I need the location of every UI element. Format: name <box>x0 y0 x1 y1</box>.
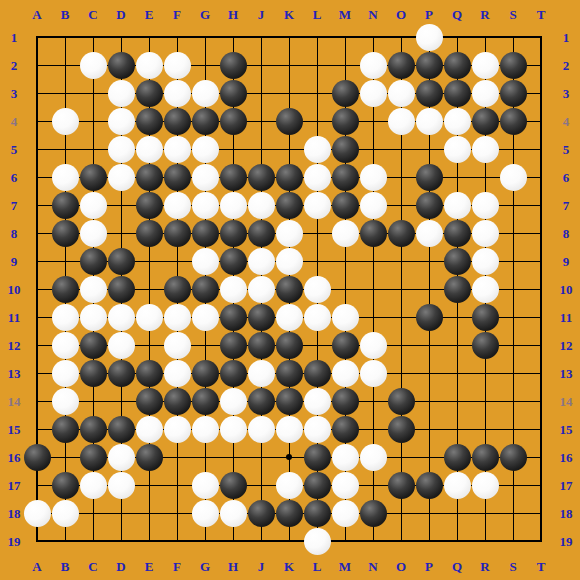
right-coord-label-9: 9 <box>555 255 577 268</box>
black-stone-s3[interactable] <box>500 80 527 107</box>
bottom-coord-label-f: F <box>166 560 188 573</box>
bottom-coord-label-h: H <box>222 560 244 573</box>
black-stone-h8[interactable] <box>220 220 247 247</box>
black-stone-p2[interactable] <box>416 52 443 79</box>
white-stone-p4[interactable] <box>416 108 443 135</box>
right-coord-label-19: 19 <box>555 535 577 548</box>
white-stone-a18[interactable] <box>24 500 51 527</box>
left-coord-label-8: 8 <box>3 227 25 240</box>
black-stone-l17[interactable] <box>304 472 331 499</box>
black-stone-c15[interactable] <box>80 416 107 443</box>
black-stone-r16[interactable] <box>472 444 499 471</box>
black-stone-q2[interactable] <box>444 52 471 79</box>
black-stone-r11[interactable] <box>472 304 499 331</box>
white-stone-k15[interactable] <box>276 416 303 443</box>
top-coord-label-s: S <box>502 8 524 21</box>
black-stone-k13[interactable] <box>276 360 303 387</box>
white-stone-h10[interactable] <box>220 276 247 303</box>
go-board: AABBCCDDEEFFGGHHJJKKLLMMNNOOPPQQRRSSTT11… <box>0 0 580 580</box>
black-stone-e6[interactable] <box>136 164 163 191</box>
black-stone-h13[interactable] <box>220 360 247 387</box>
black-stone-p11[interactable] <box>416 304 443 331</box>
black-stone-s2[interactable] <box>500 52 527 79</box>
right-coord-label-16: 16 <box>555 451 577 464</box>
black-stone-j14[interactable] <box>248 388 275 415</box>
black-stone-m14[interactable] <box>332 388 359 415</box>
black-stone-e7[interactable] <box>136 192 163 219</box>
white-stone-e15[interactable] <box>136 416 163 443</box>
bottom-coord-label-c: C <box>82 560 104 573</box>
white-stone-p8[interactable] <box>416 220 443 247</box>
white-stone-p1[interactable] <box>416 24 443 51</box>
bottom-coord-label-s: S <box>502 560 524 573</box>
right-coord-label-7: 7 <box>555 199 577 212</box>
white-stone-n3[interactable] <box>360 80 387 107</box>
left-coord-label-13: 13 <box>3 367 25 380</box>
left-coord-label-3: 3 <box>3 87 25 100</box>
white-stone-d16[interactable] <box>108 444 135 471</box>
black-stone-p3[interactable] <box>416 80 443 107</box>
white-stone-l14[interactable] <box>304 388 331 415</box>
black-stone-m5[interactable] <box>332 136 359 163</box>
white-stone-j15[interactable] <box>248 416 275 443</box>
top-coord-label-j: J <box>250 8 272 21</box>
white-stone-g11[interactable] <box>192 304 219 331</box>
bottom-coord-label-b: B <box>54 560 76 573</box>
white-stone-l19[interactable] <box>304 528 331 555</box>
white-stone-g15[interactable] <box>192 416 219 443</box>
white-stone-m8[interactable] <box>332 220 359 247</box>
white-stone-r5[interactable] <box>472 136 499 163</box>
white-stone-s6[interactable] <box>500 164 527 191</box>
white-stone-b14[interactable] <box>52 388 79 415</box>
white-stone-d4[interactable] <box>108 108 135 135</box>
black-stone-h12[interactable] <box>220 332 247 359</box>
white-stone-d3[interactable] <box>108 80 135 107</box>
white-stone-l7[interactable] <box>304 192 331 219</box>
right-coord-label-6: 6 <box>555 171 577 184</box>
top-coord-label-b: B <box>54 8 76 21</box>
white-stone-b13[interactable] <box>52 360 79 387</box>
black-stone-j11[interactable] <box>248 304 275 331</box>
black-stone-b7[interactable] <box>52 192 79 219</box>
top-coord-label-q: Q <box>446 8 468 21</box>
white-stone-r10[interactable] <box>472 276 499 303</box>
right-coord-label-12: 12 <box>555 339 577 352</box>
white-stone-q4[interactable] <box>444 108 471 135</box>
black-stone-d9[interactable] <box>108 248 135 275</box>
white-stone-g6[interactable] <box>192 164 219 191</box>
white-stone-n6[interactable] <box>360 164 387 191</box>
left-coord-label-2: 2 <box>3 59 25 72</box>
white-stone-j7[interactable] <box>248 192 275 219</box>
white-stone-h7[interactable] <box>220 192 247 219</box>
black-stone-n18[interactable] <box>360 500 387 527</box>
white-stone-r9[interactable] <box>472 248 499 275</box>
black-stone-j8[interactable] <box>248 220 275 247</box>
black-stone-j18[interactable] <box>248 500 275 527</box>
black-stone-p7[interactable] <box>416 192 443 219</box>
black-stone-r4[interactable] <box>472 108 499 135</box>
black-stone-c16[interactable] <box>80 444 107 471</box>
white-stone-c7[interactable] <box>80 192 107 219</box>
black-stone-r12[interactable] <box>472 332 499 359</box>
black-stone-o15[interactable] <box>388 416 415 443</box>
black-stone-f6[interactable] <box>164 164 191 191</box>
right-coord-label-8: 8 <box>555 227 577 240</box>
white-stone-b6[interactable] <box>52 164 79 191</box>
bottom-coord-label-a: A <box>26 560 48 573</box>
white-stone-b12[interactable] <box>52 332 79 359</box>
left-coord-label-5: 5 <box>3 143 25 156</box>
white-stone-b18[interactable] <box>52 500 79 527</box>
black-stone-g13[interactable] <box>192 360 219 387</box>
black-stone-l16[interactable] <box>304 444 331 471</box>
left-coord-label-16: 16 <box>3 451 25 464</box>
black-stone-n8[interactable] <box>360 220 387 247</box>
black-stone-g8[interactable] <box>192 220 219 247</box>
white-stone-l15[interactable] <box>304 416 331 443</box>
white-stone-c17[interactable] <box>80 472 107 499</box>
left-coord-label-6: 6 <box>3 171 25 184</box>
top-coord-label-l: L <box>306 8 328 21</box>
bottom-coord-label-q: Q <box>446 560 468 573</box>
black-stone-d2[interactable] <box>108 52 135 79</box>
top-coord-label-d: D <box>110 8 132 21</box>
white-stone-n2[interactable] <box>360 52 387 79</box>
black-stone-k6[interactable] <box>276 164 303 191</box>
left-coord-label-4: 4 <box>3 115 25 128</box>
black-stone-f14[interactable] <box>164 388 191 415</box>
bottom-coord-label-o: O <box>390 560 412 573</box>
left-coord-label-18: 18 <box>3 507 25 520</box>
black-stone-m3[interactable] <box>332 80 359 107</box>
bottom-coord-label-g: G <box>194 560 216 573</box>
left-coord-label-11: 11 <box>3 311 25 324</box>
left-coord-label-1: 1 <box>3 31 25 44</box>
white-stone-g3[interactable] <box>192 80 219 107</box>
white-stone-f12[interactable] <box>164 332 191 359</box>
top-coord-label-t: T <box>530 8 552 21</box>
black-stone-h9[interactable] <box>220 248 247 275</box>
top-coord-label-n: N <box>362 8 384 21</box>
white-stone-d12[interactable] <box>108 332 135 359</box>
black-stone-s4[interactable] <box>500 108 527 135</box>
white-stone-d5[interactable] <box>108 136 135 163</box>
white-stone-o4[interactable] <box>388 108 415 135</box>
white-stone-f11[interactable] <box>164 304 191 331</box>
black-stone-g14[interactable] <box>192 388 219 415</box>
top-coord-label-r: R <box>474 8 496 21</box>
black-stone-m4[interactable] <box>332 108 359 135</box>
left-coord-label-14: 14 <box>3 395 25 408</box>
black-stone-k14[interactable] <box>276 388 303 415</box>
white-stone-n7[interactable] <box>360 192 387 219</box>
black-stone-d13[interactable] <box>108 360 135 387</box>
bottom-coord-label-d: D <box>110 560 132 573</box>
white-stone-g18[interactable] <box>192 500 219 527</box>
white-stone-r17[interactable] <box>472 472 499 499</box>
white-stone-k11[interactable] <box>276 304 303 331</box>
top-coord-label-h: H <box>222 8 244 21</box>
white-stone-m16[interactable] <box>332 444 359 471</box>
black-stone-h2[interactable] <box>220 52 247 79</box>
white-stone-c2[interactable] <box>80 52 107 79</box>
white-stone-b4[interactable] <box>52 108 79 135</box>
white-stone-f13[interactable] <box>164 360 191 387</box>
black-stone-e3[interactable] <box>136 80 163 107</box>
white-stone-f5[interactable] <box>164 136 191 163</box>
top-coord-label-c: C <box>82 8 104 21</box>
white-stone-m18[interactable] <box>332 500 359 527</box>
black-stone-l13[interactable] <box>304 360 331 387</box>
white-stone-f3[interactable] <box>164 80 191 107</box>
white-stone-m13[interactable] <box>332 360 359 387</box>
white-stone-q7[interactable] <box>444 192 471 219</box>
black-stone-k12[interactable] <box>276 332 303 359</box>
white-stone-e2[interactable] <box>136 52 163 79</box>
black-stone-m6[interactable] <box>332 164 359 191</box>
white-stone-c8[interactable] <box>80 220 107 247</box>
black-stone-m15[interactable] <box>332 416 359 443</box>
black-stone-l18[interactable] <box>304 500 331 527</box>
white-stone-e5[interactable] <box>136 136 163 163</box>
black-stone-h17[interactable] <box>220 472 247 499</box>
black-stone-b8[interactable] <box>52 220 79 247</box>
white-stone-g9[interactable] <box>192 248 219 275</box>
black-stone-a16[interactable] <box>24 444 51 471</box>
white-stone-g5[interactable] <box>192 136 219 163</box>
white-stone-d11[interactable] <box>108 304 135 331</box>
black-stone-f10[interactable] <box>164 276 191 303</box>
white-stone-r3[interactable] <box>472 80 499 107</box>
black-stone-q9[interactable] <box>444 248 471 275</box>
black-stone-b10[interactable] <box>52 276 79 303</box>
white-stone-c10[interactable] <box>80 276 107 303</box>
right-coord-label-5: 5 <box>555 143 577 156</box>
black-stone-e8[interactable] <box>136 220 163 247</box>
bottom-coord-label-j: J <box>250 560 272 573</box>
black-stone-f8[interactable] <box>164 220 191 247</box>
right-coord-label-3: 3 <box>555 87 577 100</box>
left-coord-label-7: 7 <box>3 199 25 212</box>
right-coord-label-17: 17 <box>555 479 577 492</box>
top-coord-label-g: G <box>194 8 216 21</box>
white-stone-h18[interactable] <box>220 500 247 527</box>
white-stone-n12[interactable] <box>360 332 387 359</box>
white-stone-m17[interactable] <box>332 472 359 499</box>
black-stone-m7[interactable] <box>332 192 359 219</box>
right-coord-label-2: 2 <box>555 59 577 72</box>
bottom-coord-label-l: L <box>306 560 328 573</box>
black-stone-d15[interactable] <box>108 416 135 443</box>
left-coord-label-19: 19 <box>3 535 25 548</box>
left-coord-label-10: 10 <box>3 283 25 296</box>
left-coord-label-17: 17 <box>3 479 25 492</box>
white-stone-h15[interactable] <box>220 416 247 443</box>
black-stone-o14[interactable] <box>388 388 415 415</box>
white-stone-g7[interactable] <box>192 192 219 219</box>
black-stone-o2[interactable] <box>388 52 415 79</box>
right-coord-label-14: 14 <box>555 395 577 408</box>
black-stone-g10[interactable] <box>192 276 219 303</box>
white-stone-d17[interactable] <box>108 472 135 499</box>
white-stone-e11[interactable] <box>136 304 163 331</box>
right-coord-label-13: 13 <box>555 367 577 380</box>
black-stone-h3[interactable] <box>220 80 247 107</box>
white-stone-l10[interactable] <box>304 276 331 303</box>
black-stone-q8[interactable] <box>444 220 471 247</box>
black-stone-j12[interactable] <box>248 332 275 359</box>
white-stone-d6[interactable] <box>108 164 135 191</box>
black-stone-d10[interactable] <box>108 276 135 303</box>
white-stone-r2[interactable] <box>472 52 499 79</box>
bottom-coord-label-m: M <box>334 560 356 573</box>
black-stone-k4[interactable] <box>276 108 303 135</box>
black-stone-c9[interactable] <box>80 248 107 275</box>
white-stone-l11[interactable] <box>304 304 331 331</box>
top-coord-label-o: O <box>390 8 412 21</box>
bottom-coord-label-n: N <box>362 560 384 573</box>
white-stone-j13[interactable] <box>248 360 275 387</box>
black-stone-o17[interactable] <box>388 472 415 499</box>
top-coord-label-k: K <box>278 8 300 21</box>
black-stone-e16[interactable] <box>136 444 163 471</box>
white-stone-l5[interactable] <box>304 136 331 163</box>
black-stone-p6[interactable] <box>416 164 443 191</box>
white-stone-r7[interactable] <box>472 192 499 219</box>
black-stone-q16[interactable] <box>444 444 471 471</box>
white-stone-g17[interactable] <box>192 472 219 499</box>
white-stone-h14[interactable] <box>220 388 247 415</box>
black-stone-c13[interactable] <box>80 360 107 387</box>
white-stone-j10[interactable] <box>248 276 275 303</box>
right-coord-label-1: 1 <box>555 31 577 44</box>
top-coord-label-a: A <box>26 8 48 21</box>
white-stone-q17[interactable] <box>444 472 471 499</box>
bottom-coord-label-e: E <box>138 560 160 573</box>
right-coord-label-15: 15 <box>555 423 577 436</box>
black-stone-c12[interactable] <box>80 332 107 359</box>
white-stone-n16[interactable] <box>360 444 387 471</box>
black-stone-k10[interactable] <box>276 276 303 303</box>
bottom-coord-label-k: K <box>278 560 300 573</box>
bottom-coord-label-t: T <box>530 560 552 573</box>
black-stone-o8[interactable] <box>388 220 415 247</box>
right-coord-label-18: 18 <box>555 507 577 520</box>
black-stone-k18[interactable] <box>276 500 303 527</box>
top-coord-label-m: M <box>334 8 356 21</box>
black-stone-f4[interactable] <box>164 108 191 135</box>
white-stone-q5[interactable] <box>444 136 471 163</box>
black-stone-h6[interactable] <box>220 164 247 191</box>
black-stone-p17[interactable] <box>416 472 443 499</box>
white-stone-m11[interactable] <box>332 304 359 331</box>
black-stone-q10[interactable] <box>444 276 471 303</box>
bottom-coord-label-r: R <box>474 560 496 573</box>
white-stone-f7[interactable] <box>164 192 191 219</box>
black-stone-e4[interactable] <box>136 108 163 135</box>
white-stone-j9[interactable] <box>248 248 275 275</box>
black-stone-m12[interactable] <box>332 332 359 359</box>
black-stone-g4[interactable] <box>192 108 219 135</box>
black-stone-q3[interactable] <box>444 80 471 107</box>
white-stone-f15[interactable] <box>164 416 191 443</box>
white-stone-k17[interactable] <box>276 472 303 499</box>
black-stone-e13[interactable] <box>136 360 163 387</box>
black-stone-b17[interactable] <box>52 472 79 499</box>
black-stone-h11[interactable] <box>220 304 247 331</box>
white-stone-n13[interactable] <box>360 360 387 387</box>
right-coord-label-4: 4 <box>555 115 577 128</box>
white-stone-f2[interactable] <box>164 52 191 79</box>
white-stone-b11[interactable] <box>52 304 79 331</box>
black-stone-j6[interactable] <box>248 164 275 191</box>
hoshi-point-k16 <box>286 454 292 460</box>
black-stone-e14[interactable] <box>136 388 163 415</box>
black-stone-h4[interactable] <box>220 108 247 135</box>
left-coord-label-9: 9 <box>3 255 25 268</box>
white-stone-o3[interactable] <box>388 80 415 107</box>
black-stone-c6[interactable] <box>80 164 107 191</box>
white-stone-c11[interactable] <box>80 304 107 331</box>
top-coord-label-p: P <box>418 8 440 21</box>
white-stone-k9[interactable] <box>276 248 303 275</box>
white-stone-l6[interactable] <box>304 164 331 191</box>
white-stone-r8[interactable] <box>472 220 499 247</box>
left-coord-label-12: 12 <box>3 339 25 352</box>
black-stone-k7[interactable] <box>276 192 303 219</box>
white-stone-k8[interactable] <box>276 220 303 247</box>
right-coord-label-10: 10 <box>555 283 577 296</box>
top-coord-label-f: F <box>166 8 188 21</box>
black-stone-s16[interactable] <box>500 444 527 471</box>
black-stone-b15[interactable] <box>52 416 79 443</box>
top-coord-label-e: E <box>138 8 160 21</box>
right-coord-label-11: 11 <box>555 311 577 324</box>
bottom-coord-label-p: P <box>418 560 440 573</box>
left-coord-label-15: 15 <box>3 423 25 436</box>
